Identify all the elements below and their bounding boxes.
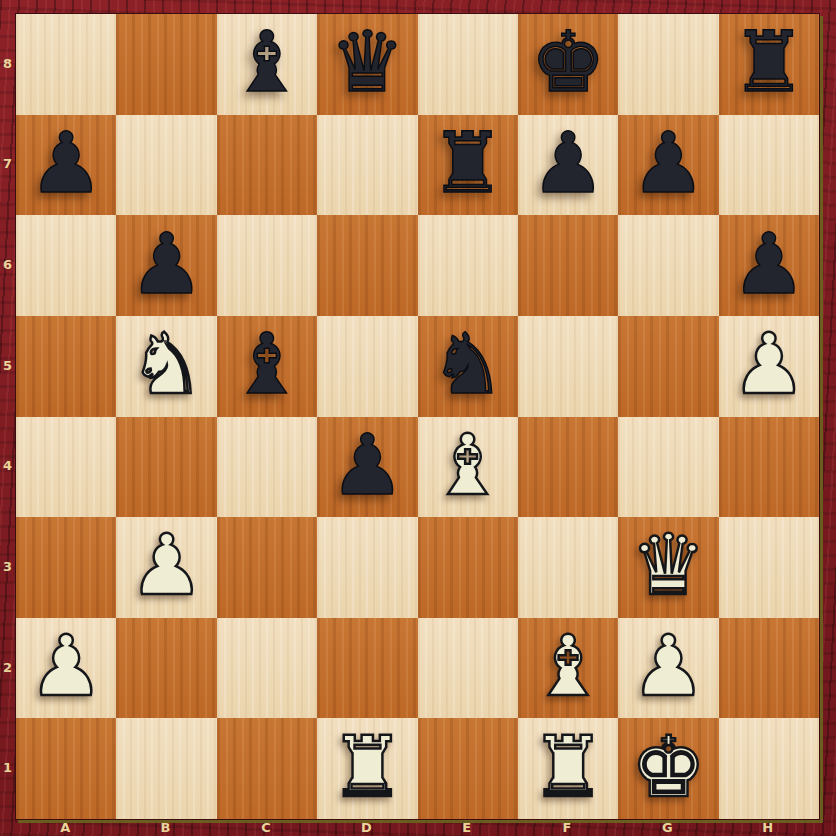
- square-c5[interactable]: ♝: [217, 316, 317, 417]
- square-f6[interactable]: [518, 215, 618, 316]
- white-king[interactable]: ♚: [631, 725, 706, 809]
- white-rook[interactable]: ♜: [330, 725, 405, 809]
- black-pawn[interactable]: ♟: [731, 222, 806, 306]
- square-d7[interactable]: [317, 115, 417, 216]
- white-pawn[interactable]: ♟: [631, 624, 706, 708]
- square-b5[interactable]: ♞: [116, 316, 216, 417]
- black-king[interactable]: ♚: [530, 20, 605, 104]
- black-pawn[interactable]: ♟: [330, 423, 405, 507]
- black-pawn[interactable]: ♟: [530, 121, 605, 205]
- black-pawn[interactable]: ♟: [29, 121, 104, 205]
- square-b8[interactable]: [116, 14, 216, 115]
- square-g6[interactable]: [618, 215, 718, 316]
- file-label-h: H: [718, 818, 818, 836]
- square-f3[interactable]: [518, 517, 618, 618]
- square-a7[interactable]: ♟: [16, 115, 116, 216]
- square-g1[interactable]: ♚: [618, 718, 718, 819]
- square-a6[interactable]: [16, 215, 116, 316]
- white-pawn[interactable]: ♟: [129, 523, 204, 607]
- square-f4[interactable]: [518, 417, 618, 518]
- black-knight[interactable]: ♞: [430, 322, 505, 406]
- square-a1[interactable]: [16, 718, 116, 819]
- square-d8[interactable]: ♛: [317, 14, 417, 115]
- white-bishop[interactable]: ♝: [430, 423, 505, 507]
- square-b3[interactable]: ♟: [116, 517, 216, 618]
- white-bishop[interactable]: ♝: [530, 624, 605, 708]
- square-d6[interactable]: [317, 215, 417, 316]
- square-e4[interactable]: ♝: [418, 417, 518, 518]
- file-label-g: G: [617, 818, 717, 836]
- square-g8[interactable]: [618, 14, 718, 115]
- square-c6[interactable]: [217, 215, 317, 316]
- square-c4[interactable]: [217, 417, 317, 518]
- square-b1[interactable]: [116, 718, 216, 819]
- square-e6[interactable]: [418, 215, 518, 316]
- square-d5[interactable]: [317, 316, 417, 417]
- square-h6[interactable]: ♟: [719, 215, 819, 316]
- square-g7[interactable]: ♟: [618, 115, 718, 216]
- rank-label-2: 2: [0, 617, 15, 718]
- square-h7[interactable]: [719, 115, 819, 216]
- square-a4[interactable]: [16, 417, 116, 518]
- square-c3[interactable]: [217, 517, 317, 618]
- square-h1[interactable]: [719, 718, 819, 819]
- rank-label-8: 8: [0, 13, 15, 114]
- file-label-a: A: [15, 818, 115, 836]
- file-label-e: E: [417, 818, 517, 836]
- square-e7[interactable]: ♜: [418, 115, 518, 216]
- file-label-c: C: [216, 818, 316, 836]
- black-bishop[interactable]: ♝: [229, 322, 304, 406]
- square-h4[interactable]: [719, 417, 819, 518]
- square-e2[interactable]: [418, 618, 518, 719]
- square-b4[interactable]: [116, 417, 216, 518]
- square-g3[interactable]: ♛: [618, 517, 718, 618]
- rank-label-5: 5: [0, 315, 15, 416]
- rank-labels: 87654321: [0, 13, 15, 818]
- square-e5[interactable]: ♞: [418, 316, 518, 417]
- chess-board-frame: 87654321 ♝♛♚♜♟♜♟♟♟♟♞♝♞♟♟♝♟♛♟♝♟♜♜♚ ABCDEF…: [0, 0, 836, 836]
- square-f5[interactable]: [518, 316, 618, 417]
- file-label-f: F: [517, 818, 617, 836]
- rank-label-7: 7: [0, 114, 15, 215]
- file-labels: ABCDEFGH: [15, 818, 818, 836]
- white-pawn[interactable]: ♟: [731, 322, 806, 406]
- square-f2[interactable]: ♝: [518, 618, 618, 719]
- square-c7[interactable]: [217, 115, 317, 216]
- square-f1[interactable]: ♜: [518, 718, 618, 819]
- file-label-b: B: [115, 818, 215, 836]
- square-c1[interactable]: [217, 718, 317, 819]
- rank-label-1: 1: [0, 717, 15, 818]
- square-g5[interactable]: [618, 316, 718, 417]
- black-rook[interactable]: ♜: [731, 20, 806, 104]
- square-b7[interactable]: [116, 115, 216, 216]
- square-a2[interactable]: ♟: [16, 618, 116, 719]
- square-a5[interactable]: [16, 316, 116, 417]
- square-c2[interactable]: [217, 618, 317, 719]
- square-e1[interactable]: [418, 718, 518, 819]
- square-d1[interactable]: ♜: [317, 718, 417, 819]
- white-queen[interactable]: ♛: [631, 523, 706, 607]
- square-d2[interactable]: [317, 618, 417, 719]
- black-pawn[interactable]: ♟: [129, 222, 204, 306]
- square-e3[interactable]: [418, 517, 518, 618]
- square-e8[interactable]: [418, 14, 518, 115]
- square-f8[interactable]: ♚: [518, 14, 618, 115]
- square-g2[interactable]: ♟: [618, 618, 718, 719]
- black-rook[interactable]: ♜: [430, 121, 505, 205]
- square-b6[interactable]: ♟: [116, 215, 216, 316]
- black-pawn[interactable]: ♟: [631, 121, 706, 205]
- black-bishop[interactable]: ♝: [229, 20, 304, 104]
- rank-label-4: 4: [0, 416, 15, 517]
- white-knight[interactable]: ♞: [129, 322, 204, 406]
- file-label-d: D: [316, 818, 416, 836]
- square-h3[interactable]: [719, 517, 819, 618]
- square-g4[interactable]: [618, 417, 718, 518]
- square-d4[interactable]: ♟: [317, 417, 417, 518]
- white-pawn[interactable]: ♟: [29, 624, 104, 708]
- rank-label-3: 3: [0, 516, 15, 617]
- square-a8[interactable]: [16, 14, 116, 115]
- square-f7[interactable]: ♟: [518, 115, 618, 216]
- black-queen[interactable]: ♛: [330, 20, 405, 104]
- square-h5[interactable]: ♟: [719, 316, 819, 417]
- square-a3[interactable]: [16, 517, 116, 618]
- white-rook[interactable]: ♜: [530, 725, 605, 809]
- square-h2[interactable]: [719, 618, 819, 719]
- square-d3[interactable]: [317, 517, 417, 618]
- square-b2[interactable]: [116, 618, 216, 719]
- rank-label-6: 6: [0, 214, 15, 315]
- square-h8[interactable]: ♜: [719, 14, 819, 115]
- chess-board: ♝♛♚♜♟♜♟♟♟♟♞♝♞♟♟♝♟♛♟♝♟♜♜♚: [15, 13, 820, 820]
- square-c8[interactable]: ♝: [217, 14, 317, 115]
